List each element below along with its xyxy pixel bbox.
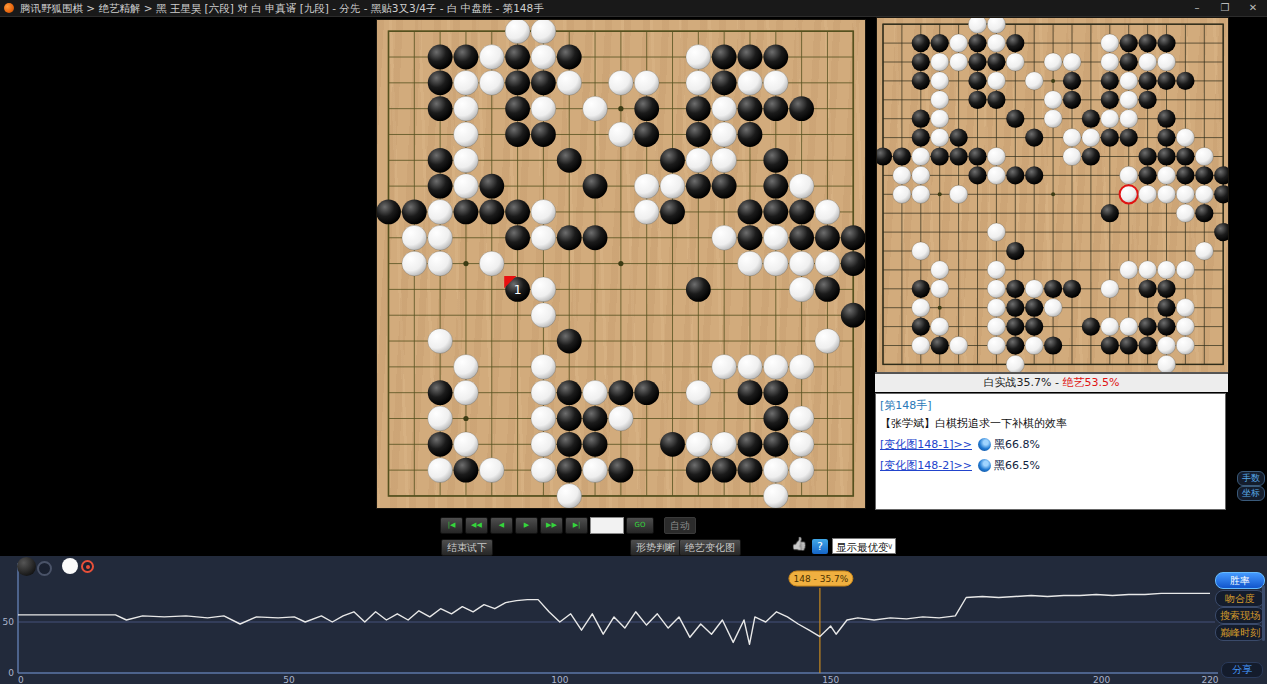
- variation-value-2: 黑66.5%: [994, 458, 1040, 473]
- ai-variation-button[interactable]: 绝艺变化图: [679, 539, 741, 556]
- variation-value-1: 黑66.8%: [994, 437, 1040, 452]
- winrate-graph-panel: 050050100150200220148 - 35.7%: [0, 556, 1267, 684]
- move-marker-label: 148 - 35.7%: [794, 574, 849, 584]
- fast-forward-button[interactable]: ▶▶: [540, 517, 563, 534]
- end-trial-button[interactable]: 结束试下: [441, 539, 493, 556]
- help-button[interactable]: ?: [812, 539, 828, 554]
- white-actual-winrate: 白实战35.7%: [984, 376, 1052, 389]
- ai-best-winrate: 绝艺53.5%: [1062, 376, 1119, 389]
- svg-text:100: 100: [551, 675, 568, 684]
- winrate-chart[interactable]: 050050100150200220148 - 35.7%: [0, 556, 1267, 684]
- window-title: 腾讯野狐围棋 > 绝艺精解 > 黑 王星昊 [六段] 对 白 申真谞 [九段] …: [20, 0, 544, 16]
- svg-text:1: 1: [514, 282, 522, 297]
- white-selected-ring-icon[interactable]: [81, 560, 94, 573]
- svg-text:0: 0: [18, 675, 24, 684]
- move-navigation-bar: |◀ ◀◀ ◀ ▶ ▶▶ ▶| GO 自动: [440, 517, 696, 534]
- maximize-button[interactable]: ❐: [1211, 0, 1239, 16]
- right-board-svg: [877, 18, 1228, 372]
- variation-link-2[interactable]: [变化图148-2]>>: [880, 458, 972, 473]
- fox-go-logo-icon: [4, 3, 14, 13]
- back-button[interactable]: ◀: [490, 517, 513, 534]
- separator: -: [1052, 376, 1063, 389]
- svg-text:220: 220: [1201, 675, 1218, 684]
- analysis-go-board[interactable]: [877, 18, 1228, 372]
- chevron-down-icon: ∨: [887, 539, 893, 555]
- variation-stone-icon: [978, 459, 991, 472]
- variation-link-1[interactable]: [变化图148-1]>>: [880, 437, 972, 452]
- svg-text:50: 50: [283, 675, 295, 684]
- show-coordinates-button[interactable]: 坐标: [1237, 486, 1265, 501]
- match-rate-button[interactable]: 吻合度: [1215, 590, 1265, 607]
- svg-text:0: 0: [8, 668, 14, 678]
- winrate-tab-button[interactable]: 胜率: [1215, 572, 1265, 589]
- go-button[interactable]: GO: [626, 517, 654, 534]
- winrate-curve: [18, 593, 1210, 644]
- first-move-button[interactable]: |◀: [440, 517, 463, 534]
- variation-stone-icon: [978, 438, 991, 451]
- white-player-icon[interactable]: [62, 558, 78, 574]
- last-move-button[interactable]: ▶|: [565, 517, 588, 534]
- position-judge-button[interactable]: 形势判断: [630, 539, 682, 556]
- move-number-header: [第148手]: [880, 398, 1225, 413]
- graph-scrollbar[interactable]: [1262, 585, 1265, 641]
- svg-text:200: 200: [1093, 675, 1110, 684]
- auto-play-button[interactable]: 自动: [664, 517, 696, 534]
- move-number-input[interactable]: [590, 517, 624, 534]
- winrate-status-bar: 白实战35.7% - 绝艺53.5%: [875, 372, 1228, 392]
- commentary-text: 【张学斌】白棋拐追求一下补棋的效率: [880, 416, 1225, 431]
- close-button[interactable]: ✕: [1239, 0, 1267, 16]
- commentary-panel: [第148手] 【张学斌】白棋拐追求一下补棋的效率 [变化图148-1]>> 黑…: [875, 393, 1226, 510]
- main-go-board[interactable]: 1: [377, 20, 865, 508]
- svg-text:150: 150: [822, 675, 839, 684]
- black-select-ring-icon[interactable]: [37, 561, 52, 576]
- scene-button[interactable]: 搜索现场: [1215, 607, 1265, 624]
- peak-moment-button[interactable]: 巅峰时刻: [1215, 624, 1265, 641]
- forward-button[interactable]: ▶: [515, 517, 538, 534]
- fast-back-button[interactable]: ◀◀: [465, 517, 488, 534]
- svg-text:50: 50: [3, 617, 15, 627]
- show-best-variation-dropdown[interactable]: 显示最优变化 ∨: [832, 538, 896, 554]
- share-button[interactable]: 分享: [1221, 662, 1263, 678]
- black-player-icon[interactable]: [17, 557, 36, 576]
- show-move-numbers-button[interactable]: 手数: [1237, 471, 1265, 486]
- minimize-button[interactable]: –: [1183, 0, 1211, 16]
- main-board-svg: 1: [377, 20, 865, 508]
- thumbs-up-icon[interactable]: 👍: [791, 536, 807, 551]
- title-bar: 腾讯野狐围棋 > 绝艺精解 > 黑 王星昊 [六段] 对 白 申真谞 [九段] …: [0, 0, 1267, 17]
